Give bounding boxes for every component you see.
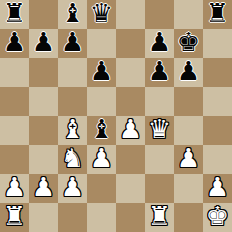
chess-board: ♜♝♛♜♟♟♟♟♚♟♟♟♝♝♟♛♞♟♟♟♟♟♟♜♜♚: [0, 0, 232, 232]
square-c6[interactable]: [58, 58, 87, 87]
square-b5[interactable]: [29, 87, 58, 116]
square-g4[interactable]: [174, 116, 203, 145]
square-b2[interactable]: ♟: [29, 174, 58, 203]
square-b6[interactable]: [29, 58, 58, 87]
square-d6[interactable]: ♟: [87, 58, 116, 87]
square-d8[interactable]: ♛: [87, 0, 116, 29]
square-c8[interactable]: ♝: [58, 0, 87, 29]
square-a7[interactable]: ♟: [0, 29, 29, 58]
square-a8[interactable]: ♜: [0, 0, 29, 29]
square-f3[interactable]: [145, 145, 174, 174]
square-b7[interactable]: ♟: [29, 29, 58, 58]
square-g7[interactable]: ♚: [174, 29, 203, 58]
square-c1[interactable]: [58, 203, 87, 232]
square-g5[interactable]: [174, 87, 203, 116]
piece-white-pawn[interactable]: ♟: [90, 145, 113, 173]
square-f7[interactable]: ♟: [145, 29, 174, 58]
square-a2[interactable]: ♟: [0, 174, 29, 203]
piece-white-rook[interactable]: ♜: [3, 203, 26, 231]
square-e5[interactable]: [116, 87, 145, 116]
piece-black-rook[interactable]: ♜: [3, 0, 26, 28]
square-g2[interactable]: [174, 174, 203, 203]
square-e7[interactable]: [116, 29, 145, 58]
square-b1[interactable]: [29, 203, 58, 232]
square-h6[interactable]: [203, 58, 232, 87]
square-d1[interactable]: [87, 203, 116, 232]
square-g1[interactable]: [174, 203, 203, 232]
square-b3[interactable]: [29, 145, 58, 174]
piece-black-pawn[interactable]: ♟: [148, 58, 171, 86]
square-c2[interactable]: ♟: [58, 174, 87, 203]
piece-black-pawn[interactable]: ♟: [3, 29, 26, 57]
square-d2[interactable]: [87, 174, 116, 203]
piece-black-king[interactable]: ♚: [177, 29, 200, 57]
square-b8[interactable]: [29, 0, 58, 29]
piece-white-rook[interactable]: ♜: [148, 203, 171, 231]
piece-black-bishop[interactable]: ♝: [61, 0, 84, 28]
square-f2[interactable]: [145, 174, 174, 203]
square-c7[interactable]: ♟: [58, 29, 87, 58]
square-e6[interactable]: [116, 58, 145, 87]
square-h5[interactable]: [203, 87, 232, 116]
square-h8[interactable]: ♜: [203, 0, 232, 29]
square-e4[interactable]: ♟: [116, 116, 145, 145]
square-a4[interactable]: [0, 116, 29, 145]
piece-white-pawn[interactable]: ♟: [32, 174, 55, 202]
piece-black-pawn[interactable]: ♟: [90, 58, 113, 86]
square-c5[interactable]: [58, 87, 87, 116]
square-c3[interactable]: ♞: [58, 145, 87, 174]
square-f6[interactable]: ♟: [145, 58, 174, 87]
square-b4[interactable]: [29, 116, 58, 145]
square-h3[interactable]: [203, 145, 232, 174]
piece-white-pawn[interactable]: ♟: [119, 116, 142, 144]
square-h4[interactable]: [203, 116, 232, 145]
square-e3[interactable]: [116, 145, 145, 174]
square-g3[interactable]: ♟: [174, 145, 203, 174]
piece-white-queen[interactable]: ♛: [148, 116, 171, 144]
square-d7[interactable]: [87, 29, 116, 58]
square-g6[interactable]: ♟: [174, 58, 203, 87]
square-a5[interactable]: [0, 87, 29, 116]
square-d5[interactable]: [87, 87, 116, 116]
piece-black-bishop[interactable]: ♝: [90, 116, 113, 144]
square-f1[interactable]: ♜: [145, 203, 174, 232]
square-h7[interactable]: [203, 29, 232, 58]
square-g8[interactable]: [174, 0, 203, 29]
piece-black-pawn[interactable]: ♟: [32, 29, 55, 57]
square-e1[interactable]: [116, 203, 145, 232]
square-e2[interactable]: [116, 174, 145, 203]
square-h2[interactable]: ♟: [203, 174, 232, 203]
square-f5[interactable]: [145, 87, 174, 116]
square-d3[interactable]: ♟: [87, 145, 116, 174]
square-d4[interactable]: ♝: [87, 116, 116, 145]
piece-black-pawn[interactable]: ♟: [177, 58, 200, 86]
piece-black-pawn[interactable]: ♟: [148, 29, 171, 57]
piece-white-pawn[interactable]: ♟: [206, 174, 229, 202]
square-f8[interactable]: [145, 0, 174, 29]
square-a3[interactable]: [0, 145, 29, 174]
piece-white-pawn[interactable]: ♟: [177, 145, 200, 173]
square-h1[interactable]: ♚: [203, 203, 232, 232]
piece-white-knight[interactable]: ♞: [61, 145, 84, 173]
square-c4[interactable]: ♝: [58, 116, 87, 145]
piece-black-rook[interactable]: ♜: [206, 0, 229, 28]
piece-white-pawn[interactable]: ♟: [61, 174, 84, 202]
piece-white-pawn[interactable]: ♟: [3, 174, 26, 202]
square-a6[interactable]: [0, 58, 29, 87]
piece-black-queen[interactable]: ♛: [90, 0, 113, 28]
square-f4[interactable]: ♛: [145, 116, 174, 145]
square-a1[interactable]: ♜: [0, 203, 29, 232]
piece-white-bishop[interactable]: ♝: [61, 116, 84, 144]
piece-white-king[interactable]: ♚: [206, 203, 229, 231]
square-e8[interactable]: [116, 0, 145, 29]
piece-black-pawn[interactable]: ♟: [61, 29, 84, 57]
